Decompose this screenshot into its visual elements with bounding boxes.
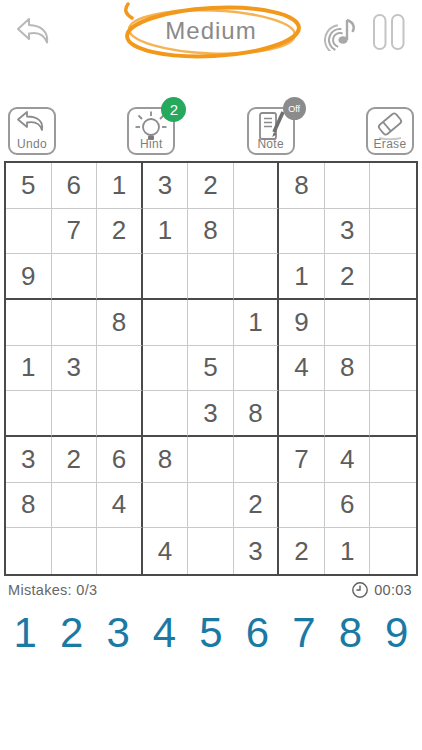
cell-r4c2[interactable]: [52, 300, 98, 346]
note-label: Note: [249, 137, 293, 151]
erase-label: Erase: [368, 137, 412, 151]
numpad-8[interactable]: 8: [327, 602, 373, 664]
cell-r5c5[interactable]: 5: [188, 346, 234, 392]
cell-r5c1[interactable]: 1: [6, 346, 52, 392]
cell-r6c5[interactable]: 3: [188, 391, 234, 437]
cell-r7c8[interactable]: 4: [325, 437, 371, 483]
numpad-1[interactable]: 1: [2, 602, 48, 664]
cell-r6c7[interactable]: [279, 391, 325, 437]
numpad-4[interactable]: 4: [141, 602, 187, 664]
cell-r2c5[interactable]: 8: [188, 209, 234, 255]
cell-r9c3[interactable]: [97, 528, 143, 574]
cell-r2c3[interactable]: 2: [97, 209, 143, 255]
cell-r9c5[interactable]: [188, 528, 234, 574]
cell-r8c9[interactable]: [370, 483, 416, 529]
cell-r1c4[interactable]: 3: [143, 163, 189, 209]
music-note-icon: [322, 37, 360, 54]
cell-r5c6[interactable]: [234, 346, 280, 392]
hint-label: Hint: [129, 137, 173, 151]
cell-r2c6[interactable]: [234, 209, 280, 255]
sound-button[interactable]: [322, 13, 360, 51]
cell-r1c7[interactable]: 8: [279, 163, 325, 209]
cell-r5c8[interactable]: 8: [325, 346, 371, 392]
cell-r9c1[interactable]: [6, 528, 52, 574]
numpad-9[interactable]: 9: [374, 602, 420, 664]
cell-r9c9[interactable]: [370, 528, 416, 574]
cell-r2c9[interactable]: [370, 209, 416, 255]
cell-r9c2[interactable]: [52, 528, 98, 574]
cell-r5c7[interactable]: 4: [279, 346, 325, 392]
cell-r5c9[interactable]: [370, 346, 416, 392]
cell-r1c6[interactable]: [234, 163, 280, 209]
cell-r6c8[interactable]: [325, 391, 371, 437]
cell-r8c4[interactable]: [143, 483, 189, 529]
cell-r4c3[interactable]: 8: [97, 300, 143, 346]
numpad-6[interactable]: 6: [234, 602, 280, 664]
cell-r3c1[interactable]: 9: [6, 254, 52, 300]
cell-r4c4[interactable]: [143, 300, 189, 346]
cell-r5c4[interactable]: [143, 346, 189, 392]
cell-r1c3[interactable]: 1: [97, 163, 143, 209]
cell-r2c2[interactable]: 7: [52, 209, 98, 255]
cell-r3c3[interactable]: [97, 254, 143, 300]
cell-r2c1[interactable]: [6, 209, 52, 255]
cell-r3c9[interactable]: [370, 254, 416, 300]
cell-r4c8[interactable]: [325, 300, 371, 346]
cell-r4c1[interactable]: [6, 300, 52, 346]
cell-r6c6[interactable]: 8: [234, 391, 280, 437]
difficulty-title: Medium: [165, 17, 256, 45]
cell-r7c4[interactable]: 8: [143, 437, 189, 483]
cell-r6c2[interactable]: [52, 391, 98, 437]
cell-r6c9[interactable]: [370, 391, 416, 437]
pause-button[interactable]: [371, 13, 407, 51]
cell-r9c4[interactable]: 4: [143, 528, 189, 574]
cell-r8c3[interactable]: 4: [97, 483, 143, 529]
cell-r1c5[interactable]: 2: [188, 163, 234, 209]
cell-r7c5[interactable]: [188, 437, 234, 483]
hint-count-badge: 2: [161, 97, 186, 122]
cell-r2c4[interactable]: 1: [143, 209, 189, 255]
sudoku-board: 56132872183912819135483832687484264321: [4, 161, 418, 576]
sudoku-app: Medium: [0, 0, 422, 750]
cell-r4c7[interactable]: 9: [279, 300, 325, 346]
cell-r9c7[interactable]: 2: [279, 528, 325, 574]
erase-button[interactable]: Erase: [366, 107, 414, 155]
cell-r2c8[interactable]: 3: [325, 209, 371, 255]
cell-r8c2[interactable]: [52, 483, 98, 529]
clock-icon: [351, 581, 369, 599]
numpad: 123456789: [2, 602, 420, 664]
cell-r8c6[interactable]: 2: [234, 483, 280, 529]
cell-r8c1[interactable]: 8: [6, 483, 52, 529]
undo-button[interactable]: Undo: [8, 107, 56, 155]
cell-r4c9[interactable]: [370, 300, 416, 346]
timer-value: 00:03: [374, 582, 412, 598]
cell-r8c5[interactable]: [188, 483, 234, 529]
numpad-7[interactable]: 7: [281, 602, 327, 664]
cell-r3c4[interactable]: [143, 254, 189, 300]
cell-r6c4[interactable]: [143, 391, 189, 437]
undo-label: Undo: [10, 137, 54, 151]
mistakes-counter: Mistakes: 0/3: [8, 582, 97, 598]
cell-r3c7[interactable]: 1: [279, 254, 325, 300]
cell-r4c6[interactable]: 1: [234, 300, 280, 346]
cell-r9c6[interactable]: 3: [234, 528, 280, 574]
cell-r3c5[interactable]: [188, 254, 234, 300]
cell-r1c1[interactable]: 5: [6, 163, 52, 209]
cell-r8c8[interactable]: 6: [325, 483, 371, 529]
cell-r8c7[interactable]: [279, 483, 325, 529]
cell-r7c3[interactable]: 6: [97, 437, 143, 483]
top-bar: Medium: [0, 0, 422, 62]
cell-r1c9[interactable]: [370, 163, 416, 209]
cell-r7c1[interactable]: 3: [6, 437, 52, 483]
timer: 00:03: [351, 581, 412, 599]
cell-r5c3[interactable]: [97, 346, 143, 392]
numpad-3[interactable]: 3: [95, 602, 141, 664]
toolbar: Undo 2 Hint Off: [8, 107, 414, 157]
cell-r1c8[interactable]: [325, 163, 371, 209]
cell-r3c8[interactable]: 2: [325, 254, 371, 300]
cell-r3c2[interactable]: [52, 254, 98, 300]
note-off-badge: Off: [283, 97, 306, 120]
cell-r7c6[interactable]: [234, 437, 280, 483]
cell-r5c2[interactable]: 3: [52, 346, 98, 392]
cell-r6c3[interactable]: [97, 391, 143, 437]
hint-button[interactable]: 2 Hint: [127, 107, 175, 155]
cell-r7c9[interactable]: [370, 437, 416, 483]
cell-r3c6[interactable]: [234, 254, 280, 300]
pause-icon: [371, 37, 407, 54]
cell-r7c7[interactable]: 7: [279, 437, 325, 483]
cell-r6c1[interactable]: [6, 391, 52, 437]
numpad-2[interactable]: 2: [48, 602, 94, 664]
numpad-5[interactable]: 5: [188, 602, 234, 664]
cell-r4c5[interactable]: [188, 300, 234, 346]
cell-r9c8[interactable]: 1: [325, 528, 371, 574]
cell-r7c2[interactable]: 2: [52, 437, 98, 483]
cell-r1c2[interactable]: 6: [52, 163, 98, 209]
note-button[interactable]: Off Note: [247, 107, 295, 155]
cell-r2c7[interactable]: [279, 209, 325, 255]
status-bar: Mistakes: 0/3 00:03: [8, 580, 412, 600]
